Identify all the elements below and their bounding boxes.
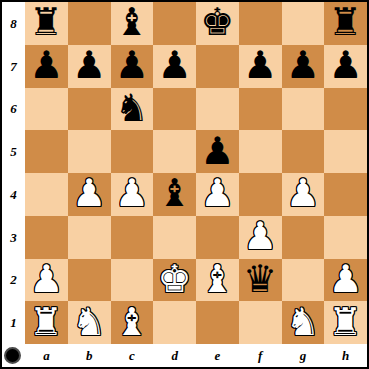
piece-black-pawn[interactable]: ♟ xyxy=(243,46,277,84)
file-label-h: h xyxy=(324,344,367,367)
square-a7[interactable]: ♟ xyxy=(25,45,68,88)
piece-black-pawn[interactable]: ♟ xyxy=(286,46,320,84)
piece-white-pawn[interactable]: ♟ xyxy=(72,174,106,212)
square-d7[interactable]: ♟ xyxy=(153,45,196,88)
square-b1[interactable]: ♞ xyxy=(68,301,111,344)
rank-label-5: 5 xyxy=(2,130,25,173)
piece-black-bishop[interactable]: ♝ xyxy=(158,174,192,212)
file-label-c: c xyxy=(111,344,154,367)
piece-black-pawn[interactable]: ♟ xyxy=(329,46,363,84)
square-g4[interactable]: ♟ xyxy=(282,173,325,216)
square-g7[interactable]: ♟ xyxy=(282,45,325,88)
piece-white-pawn[interactable]: ♟ xyxy=(286,174,320,212)
board-corner xyxy=(2,344,25,367)
square-c2[interactable] xyxy=(111,259,154,302)
file-label-a: a xyxy=(25,344,68,367)
piece-white-bishop[interactable]: ♝ xyxy=(200,260,234,298)
square-a5[interactable] xyxy=(25,130,68,173)
square-h2[interactable]: ♟ xyxy=(324,259,367,302)
square-e2[interactable]: ♝ xyxy=(196,259,239,302)
piece-black-pawn[interactable]: ♟ xyxy=(72,46,106,84)
square-c6[interactable]: ♞ xyxy=(111,88,154,131)
square-e8[interactable]: ♚ xyxy=(196,2,239,45)
square-b7[interactable]: ♟ xyxy=(68,45,111,88)
square-d6[interactable] xyxy=(153,88,196,131)
piece-black-pawn[interactable]: ♟ xyxy=(115,46,149,84)
file-label-b: b xyxy=(68,344,111,367)
piece-white-rook[interactable]: ♜ xyxy=(29,303,63,341)
piece-white-pawn[interactable]: ♟ xyxy=(329,260,363,298)
square-f3[interactable]: ♟ xyxy=(239,216,282,259)
piece-white-bishop[interactable]: ♝ xyxy=(115,303,149,341)
square-g5[interactable] xyxy=(282,130,325,173)
square-h1[interactable]: ♜ xyxy=(324,301,367,344)
square-b6[interactable] xyxy=(68,88,111,131)
square-f1[interactable] xyxy=(239,301,282,344)
square-b8[interactable] xyxy=(68,2,111,45)
piece-black-knight[interactable]: ♞ xyxy=(115,89,149,127)
square-d5[interactable] xyxy=(153,130,196,173)
square-e5[interactable]: ♟ xyxy=(196,130,239,173)
piece-white-pawn[interactable]: ♟ xyxy=(115,174,149,212)
square-c5[interactable] xyxy=(111,130,154,173)
piece-white-knight[interactable]: ♞ xyxy=(72,303,106,341)
square-c1[interactable]: ♝ xyxy=(111,301,154,344)
piece-white-knight[interactable]: ♞ xyxy=(286,303,320,341)
rank-label-8: 8 xyxy=(2,2,25,45)
square-h8[interactable]: ♜ xyxy=(324,2,367,45)
square-d1[interactable] xyxy=(153,301,196,344)
square-f4[interactable] xyxy=(239,173,282,216)
square-h6[interactable] xyxy=(324,88,367,131)
piece-white-king[interactable]: ♚ xyxy=(158,260,192,298)
piece-black-queen[interactable]: ♛ xyxy=(243,260,277,298)
black-to-move-indicator xyxy=(4,347,21,364)
square-a2[interactable]: ♟ xyxy=(25,259,68,302)
file-label-d: d xyxy=(153,344,196,367)
square-e3[interactable] xyxy=(196,216,239,259)
piece-black-rook[interactable]: ♜ xyxy=(329,3,363,41)
square-g8[interactable] xyxy=(282,2,325,45)
rank-label-3: 3 xyxy=(2,216,25,259)
square-a6[interactable] xyxy=(25,88,68,131)
piece-black-pawn[interactable]: ♟ xyxy=(29,46,63,84)
square-h3[interactable] xyxy=(324,216,367,259)
square-e4[interactable]: ♟ xyxy=(196,173,239,216)
square-b3[interactable] xyxy=(68,216,111,259)
square-e1[interactable] xyxy=(196,301,239,344)
square-d8[interactable] xyxy=(153,2,196,45)
chess-diagram: 8♜♝♚♜7♟♟♟♟♟♟♟6♞5♟4♟♟♝♟♟3♟2♟♚♝♛♟1♜♞♝♞♜abc… xyxy=(0,0,369,369)
square-d4[interactable]: ♝ xyxy=(153,173,196,216)
square-f8[interactable] xyxy=(239,2,282,45)
chess-board: 8♜♝♚♜7♟♟♟♟♟♟♟6♞5♟4♟♟♝♟♟3♟2♟♚♝♛♟1♜♞♝♞♜abc… xyxy=(2,2,367,367)
piece-black-bishop[interactable]: ♝ xyxy=(115,3,149,41)
square-f2[interactable]: ♛ xyxy=(239,259,282,302)
square-d2[interactable]: ♚ xyxy=(153,259,196,302)
square-h5[interactable] xyxy=(324,130,367,173)
square-c3[interactable] xyxy=(111,216,154,259)
square-f7[interactable]: ♟ xyxy=(239,45,282,88)
square-f5[interactable] xyxy=(239,130,282,173)
rank-label-4: 4 xyxy=(2,173,25,216)
square-f6[interactable] xyxy=(239,88,282,131)
piece-black-rook[interactable]: ♜ xyxy=(29,3,63,41)
square-h7[interactable]: ♟ xyxy=(324,45,367,88)
piece-white-pawn[interactable]: ♟ xyxy=(243,217,277,255)
square-a4[interactable] xyxy=(25,173,68,216)
square-h4[interactable] xyxy=(324,173,367,216)
square-a3[interactable] xyxy=(25,216,68,259)
file-label-e: e xyxy=(196,344,239,367)
square-g1[interactable]: ♞ xyxy=(282,301,325,344)
square-b5[interactable] xyxy=(68,130,111,173)
square-a8[interactable]: ♜ xyxy=(25,2,68,45)
square-c7[interactable]: ♟ xyxy=(111,45,154,88)
piece-black-king[interactable]: ♚ xyxy=(200,3,234,41)
square-b4[interactable]: ♟ xyxy=(68,173,111,216)
file-label-g: g xyxy=(282,344,325,367)
rank-label-2: 2 xyxy=(2,259,25,302)
square-c8[interactable]: ♝ xyxy=(111,2,154,45)
square-c4[interactable]: ♟ xyxy=(111,173,154,216)
square-e7[interactable] xyxy=(196,45,239,88)
square-g3[interactable] xyxy=(282,216,325,259)
square-b2[interactable] xyxy=(68,259,111,302)
file-label-f: f xyxy=(239,344,282,367)
rank-label-6: 6 xyxy=(2,88,25,131)
piece-black-pawn[interactable]: ♟ xyxy=(158,46,192,84)
square-g2[interactable] xyxy=(282,259,325,302)
square-e6[interactable] xyxy=(196,88,239,131)
piece-white-pawn[interactable]: ♟ xyxy=(200,174,234,212)
square-a1[interactable]: ♜ xyxy=(25,301,68,344)
piece-white-rook[interactable]: ♜ xyxy=(329,303,363,341)
piece-black-pawn[interactable]: ♟ xyxy=(200,132,234,170)
piece-white-pawn[interactable]: ♟ xyxy=(29,260,63,298)
square-d3[interactable] xyxy=(153,216,196,259)
rank-label-7: 7 xyxy=(2,45,25,88)
rank-label-1: 1 xyxy=(2,301,25,344)
square-g6[interactable] xyxy=(282,88,325,131)
